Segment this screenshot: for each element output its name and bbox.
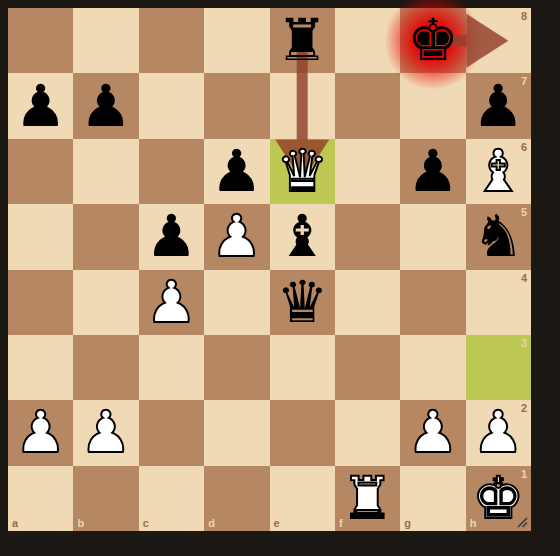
square-c7[interactable]: [139, 73, 204, 138]
coord-file-g: g: [404, 518, 411, 529]
square-d2[interactable]: [204, 400, 269, 465]
square-c1[interactable]: c: [139, 466, 204, 531]
square-g3[interactable]: [400, 335, 465, 400]
coord-file-a: a: [12, 518, 18, 529]
square-c3[interactable]: [139, 335, 204, 400]
square-c8[interactable]: [139, 8, 204, 73]
square-e2[interactable]: [270, 400, 335, 465]
square-d7[interactable]: [204, 73, 269, 138]
white-pawn-g2[interactable]: ♟: [400, 400, 465, 465]
black-bishop-e5[interactable]: ♝: [270, 204, 335, 269]
coord-file-e: e: [274, 518, 280, 529]
square-a6[interactable]: [8, 139, 73, 204]
white-pawn-c4[interactable]: ♟: [139, 270, 204, 335]
square-a4[interactable]: [8, 270, 73, 335]
square-b6[interactable]: [73, 139, 138, 204]
square-h4[interactable]: 4: [466, 270, 531, 335]
square-d8[interactable]: [204, 8, 269, 73]
square-h3[interactable]: 3: [466, 335, 531, 400]
white-bishop-h6[interactable]: ♝: [466, 139, 531, 204]
square-g5[interactable]: [400, 204, 465, 269]
black-pawn-h7[interactable]: ♟: [466, 73, 531, 138]
square-g7[interactable]: [400, 73, 465, 138]
black-pawn-d6[interactable]: ♟: [204, 139, 269, 204]
square-e3[interactable]: [270, 335, 335, 400]
square-f7[interactable]: [335, 73, 400, 138]
coord-rank-4: 4: [521, 273, 527, 284]
white-pawn-d5[interactable]: ♟: [204, 204, 269, 269]
board-resize-handle[interactable]: [516, 516, 528, 528]
square-e1[interactable]: e: [270, 466, 335, 531]
black-king-g8[interactable]: ♚: [400, 8, 465, 73]
coord-file-c: c: [143, 518, 149, 529]
black-queen-e4[interactable]: ♛: [270, 270, 335, 335]
square-b8[interactable]: [73, 8, 138, 73]
coord-file-b: b: [77, 518, 84, 529]
square-f4[interactable]: [335, 270, 400, 335]
board-frame: 8765432abcdefgh1 ♜♚♟♟♟♟♛♟♝♟♟♝♞♟♛♟♟♟♟♜♚: [0, 0, 560, 556]
square-a1[interactable]: a: [8, 466, 73, 531]
square-b3[interactable]: [73, 335, 138, 400]
square-c6[interactable]: [139, 139, 204, 204]
coord-file-d: d: [208, 518, 215, 529]
square-d1[interactable]: d: [204, 466, 269, 531]
white-pawn-b2[interactable]: ♟: [73, 400, 138, 465]
square-f8[interactable]: [335, 8, 400, 73]
square-d3[interactable]: [204, 335, 269, 400]
square-b4[interactable]: [73, 270, 138, 335]
white-queen-e6[interactable]: ♛: [270, 139, 335, 204]
square-g1[interactable]: g: [400, 466, 465, 531]
black-pawn-c5[interactable]: ♟: [139, 204, 204, 269]
white-rook-f1[interactable]: ♜: [335, 466, 400, 531]
square-b1[interactable]: b: [73, 466, 138, 531]
square-d4[interactable]: [204, 270, 269, 335]
square-f6[interactable]: [335, 139, 400, 204]
square-f5[interactable]: [335, 204, 400, 269]
white-pawn-a2[interactable]: ♟: [8, 400, 73, 465]
black-pawn-a7[interactable]: ♟: [8, 73, 73, 138]
coord-rank-3: 3: [521, 338, 527, 349]
square-f2[interactable]: [335, 400, 400, 465]
black-pawn-b7[interactable]: ♟: [73, 73, 138, 138]
square-c2[interactable]: [139, 400, 204, 465]
black-pawn-g6[interactable]: ♟: [400, 139, 465, 204]
square-h8[interactable]: 8: [466, 8, 531, 73]
square-e7[interactable]: [270, 73, 335, 138]
black-rook-e8[interactable]: ♜: [270, 8, 335, 73]
square-f3[interactable]: [335, 335, 400, 400]
square-g4[interactable]: [400, 270, 465, 335]
square-b5[interactable]: [73, 204, 138, 269]
white-pawn-h2[interactable]: ♟: [466, 400, 531, 465]
coord-rank-8: 8: [521, 11, 527, 22]
chess-board: 8765432abcdefgh1 ♜♚♟♟♟♟♛♟♝♟♟♝♞♟♛♟♟♟♟♜♚: [8, 8, 531, 531]
black-knight-h5[interactable]: ♞: [466, 204, 531, 269]
square-a5[interactable]: [8, 204, 73, 269]
square-a8[interactable]: [8, 8, 73, 73]
square-a3[interactable]: [8, 335, 73, 400]
